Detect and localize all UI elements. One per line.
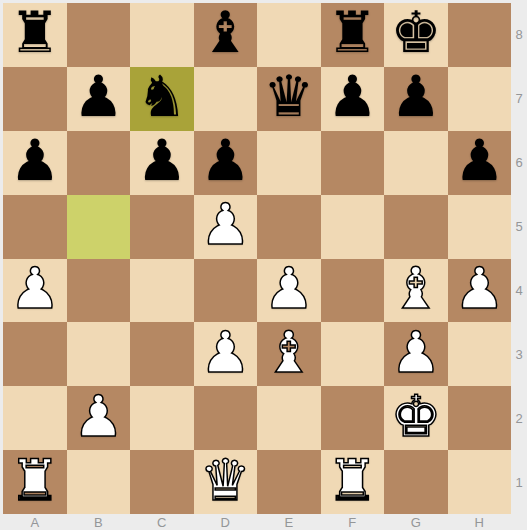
piece-white-pawn-a4[interactable]: ♟ [9,260,60,317]
square-h4[interactable]: ♟ [448,259,512,323]
piece-white-pawn-d3[interactable]: ♟ [200,324,251,381]
square-a1[interactable]: ♜ [3,450,67,514]
square-f7[interactable]: ♟ [321,67,385,131]
file-label-d: D [194,514,258,530]
piece-white-pawn-h4[interactable]: ♟ [454,260,505,317]
square-b4[interactable] [67,259,131,323]
rank-label-1: 1 [511,450,527,514]
square-c5[interactable] [130,195,194,259]
chess-board: ♜♝♜♚♟♞♛♟♟♟♟♟♟♟♟♟♝♟♟♝♟♟♚♜♛♜ [3,3,511,514]
rank-label-2: 2 [511,386,527,450]
piece-white-bishop-e3[interactable]: ♝ [263,324,314,381]
square-e2[interactable] [257,386,321,450]
file-label-b: B [67,514,131,530]
piece-black-queen-e7[interactable]: ♛ [263,68,314,125]
file-label-c: C [130,514,194,530]
piece-black-rook-a8[interactable]: ♜ [9,4,60,61]
piece-black-king-g8[interactable]: ♚ [390,4,441,61]
square-e7[interactable]: ♛ [257,67,321,131]
square-h3[interactable] [448,322,512,386]
piece-black-bishop-d8[interactable]: ♝ [200,4,251,61]
piece-black-pawn-b7[interactable]: ♟ [73,68,124,125]
piece-black-knight-c7[interactable]: ♞ [136,68,187,125]
square-e6[interactable] [257,131,321,195]
piece-white-pawn-b2[interactable]: ♟ [73,388,124,445]
rank-label-5: 5 [511,195,527,259]
square-c2[interactable] [130,386,194,450]
rank-label-8: 8 [511,3,527,67]
square-f6[interactable] [321,131,385,195]
square-e3[interactable]: ♝ [257,322,321,386]
square-h1[interactable] [448,450,512,514]
square-d3[interactable]: ♟ [194,322,258,386]
square-d8[interactable]: ♝ [194,3,258,67]
square-g4[interactable]: ♝ [384,259,448,323]
square-f3[interactable] [321,322,385,386]
square-b1[interactable] [67,450,131,514]
square-f4[interactable] [321,259,385,323]
square-b8[interactable] [67,3,131,67]
square-d6[interactable]: ♟ [194,131,258,195]
square-h2[interactable] [448,386,512,450]
square-a7[interactable] [3,67,67,131]
piece-black-pawn-a6[interactable]: ♟ [9,132,60,189]
square-g8[interactable]: ♚ [384,3,448,67]
square-d5[interactable]: ♟ [194,195,258,259]
square-b6[interactable] [67,131,131,195]
square-e4[interactable]: ♟ [257,259,321,323]
piece-white-pawn-e4[interactable]: ♟ [263,260,314,317]
square-d2[interactable] [194,386,258,450]
square-f2[interactable] [321,386,385,450]
square-c3[interactable] [130,322,194,386]
piece-white-bishop-g4[interactable]: ♝ [390,260,441,317]
piece-black-pawn-d6[interactable]: ♟ [200,132,251,189]
square-a4[interactable]: ♟ [3,259,67,323]
square-d1[interactable]: ♛ [194,450,258,514]
piece-black-pawn-g7[interactable]: ♟ [390,68,441,125]
piece-white-king-g2[interactable]: ♚ [390,388,441,445]
square-a5[interactable] [3,195,67,259]
square-f8[interactable]: ♜ [321,3,385,67]
piece-white-rook-a1[interactable]: ♜ [9,452,60,509]
piece-black-pawn-h6[interactable]: ♟ [454,132,505,189]
square-e8[interactable] [257,3,321,67]
square-g6[interactable] [384,131,448,195]
square-h6[interactable]: ♟ [448,131,512,195]
file-label-f: F [321,514,385,530]
square-c7[interactable]: ♞ [130,67,194,131]
square-d7[interactable] [194,67,258,131]
file-label-g: G [384,514,448,530]
square-a2[interactable] [3,386,67,450]
file-coordinates: ABCDEFGH [3,514,511,530]
square-g1[interactable] [384,450,448,514]
piece-black-pawn-c6[interactable]: ♟ [136,132,187,189]
square-h5[interactable] [448,195,512,259]
square-f1[interactable]: ♜ [321,450,385,514]
piece-white-pawn-g3[interactable]: ♟ [390,324,441,381]
square-c1[interactable] [130,450,194,514]
rank-label-3: 3 [511,322,527,386]
square-a3[interactable] [3,322,67,386]
square-e1[interactable] [257,450,321,514]
square-b3[interactable] [67,322,131,386]
square-b2[interactable]: ♟ [67,386,131,450]
square-h7[interactable] [448,67,512,131]
square-d4[interactable] [194,259,258,323]
square-g7[interactable]: ♟ [384,67,448,131]
piece-white-pawn-d5[interactable]: ♟ [200,196,251,253]
square-g3[interactable]: ♟ [384,322,448,386]
rank-coordinates: 87654321 [511,3,527,514]
file-label-a: A [3,514,67,530]
square-e5[interactable] [257,195,321,259]
piece-black-rook-f8[interactable]: ♜ [327,4,378,61]
square-f5[interactable] [321,195,385,259]
square-b7[interactable]: ♟ [67,67,131,131]
rank-label-6: 6 [511,131,527,195]
chess-app: ♜♝♜♚♟♞♛♟♟♟♟♟♟♟♟♟♝♟♟♝♟♟♚♜♛♜ 87654321 ABCD… [0,0,527,530]
square-h8[interactable] [448,3,512,67]
rank-label-4: 4 [511,259,527,323]
piece-white-queen-d1[interactable]: ♛ [200,452,251,509]
file-label-h: H [448,514,512,530]
square-c4[interactable] [130,259,194,323]
square-a6[interactable]: ♟ [3,131,67,195]
square-b5[interactable] [67,195,131,259]
square-g2[interactable]: ♚ [384,386,448,450]
piece-black-pawn-f7[interactable]: ♟ [327,68,378,125]
piece-white-rook-f1[interactable]: ♜ [327,452,378,509]
square-g5[interactable] [384,195,448,259]
square-c8[interactable] [130,3,194,67]
square-c6[interactable]: ♟ [130,131,194,195]
square-a8[interactable]: ♜ [3,3,67,67]
rank-label-7: 7 [511,67,527,131]
file-label-e: E [257,514,321,530]
